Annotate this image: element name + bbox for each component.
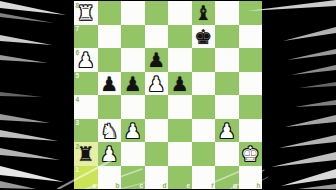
square-b4[interactable] [98,95,122,119]
piece-white-knight-b3[interactable]: ♞ [98,119,122,143]
piece-white-pawn-b2[interactable]: ♟ [98,142,122,166]
square-b1[interactable]: b [98,166,122,190]
file-label-a: a [92,182,96,189]
piece-white-rook-a8[interactable]: ♜ [74,1,98,25]
square-g3[interactable]: ♟ [215,119,239,143]
piece-white-pawn-c3[interactable]: ♟ [121,119,145,143]
file-label-h: h [257,182,261,189]
file-label-b: b [116,182,120,189]
piece-white-pawn-g3[interactable]: ♟ [215,119,239,143]
square-h2[interactable]: ♚ [239,142,263,166]
speed-lines-left [0,1,66,189]
piece-white-king-h2[interactable]: ♚ [239,142,263,166]
square-e4[interactable] [168,95,192,119]
square-d7[interactable] [145,25,169,49]
square-d8[interactable] [145,1,169,25]
piece-black-pawn-e5[interactable]: ♟ [168,72,192,96]
square-h3[interactable] [239,119,263,143]
square-b6[interactable] [98,48,122,72]
square-a5[interactable]: 5 [74,72,98,96]
square-f7[interactable]: ♚ [192,25,216,49]
piece-black-king-f7[interactable]: ♚ [192,25,216,49]
piece-white-pawn-d5[interactable]: ♟ [145,72,169,96]
square-f3[interactable] [192,119,216,143]
square-b5[interactable]: ♟ [98,72,122,96]
square-e6[interactable] [168,48,192,72]
square-h7[interactable] [239,25,263,49]
square-c5[interactable]: ♟ [121,72,145,96]
square-g2[interactable] [215,142,239,166]
square-c7[interactable] [121,25,145,49]
square-f1[interactable]: f [192,166,216,190]
square-f8[interactable]: ♝ [192,1,216,25]
square-b2[interactable]: ♟ [98,142,122,166]
square-d3[interactable] [145,119,169,143]
square-c1[interactable]: c [121,166,145,190]
square-e3[interactable] [168,119,192,143]
square-h6[interactable] [239,48,263,72]
square-h4[interactable] [239,95,263,119]
square-c3[interactable]: ♟ [121,119,145,143]
square-a4[interactable]: 4 [74,95,98,119]
square-f4[interactable] [192,95,216,119]
rank-label-5: 5 [76,72,80,79]
square-g8[interactable] [215,1,239,25]
piece-white-pawn-a6[interactable]: ♟ [74,48,98,72]
square-a8[interactable]: 8♜ [74,1,98,25]
square-c4[interactable] [121,95,145,119]
file-label-e: e [186,182,190,189]
rank-label-7: 7 [76,25,80,32]
scene: 8♜♝7♚6♟♟5♟♟♟♟43♞♟♟2♜♟♚1abcdefgh [0,0,336,189]
square-a7[interactable]: 7 [74,25,98,49]
piece-black-pawn-b5[interactable]: ♟ [98,72,122,96]
square-g1[interactable]: g [215,166,239,190]
square-f6[interactable] [192,48,216,72]
square-g6[interactable] [215,48,239,72]
square-a1[interactable]: 1a [74,166,98,190]
square-e1[interactable]: e [168,166,192,190]
file-label-d: d [163,182,167,189]
square-h5[interactable] [239,72,263,96]
square-d4[interactable] [145,95,169,119]
square-b7[interactable] [98,25,122,49]
rank-label-1: 1 [76,166,80,173]
rank-label-3: 3 [76,119,80,126]
piece-black-rook-a2[interactable]: ♜ [74,142,98,166]
square-d2[interactable] [145,142,169,166]
square-e5[interactable]: ♟ [168,72,192,96]
file-label-c: c [139,182,143,189]
square-a2[interactable]: 2♜ [74,142,98,166]
square-f2[interactable] [192,142,216,166]
square-g4[interactable] [215,95,239,119]
square-b8[interactable] [98,1,122,25]
file-label-g: g [233,182,237,189]
square-h1[interactable]: h [239,166,263,190]
square-f5[interactable] [192,72,216,96]
square-g5[interactable] [215,72,239,96]
square-g7[interactable] [215,25,239,49]
square-d6[interactable]: ♟ [145,48,169,72]
square-h8[interactable] [239,1,263,25]
square-c8[interactable] [121,1,145,25]
square-e8[interactable] [168,1,192,25]
square-c6[interactable] [121,48,145,72]
square-a6[interactable]: 6♟ [74,48,98,72]
piece-black-bishop-f8[interactable]: ♝ [192,1,216,25]
piece-black-pawn-d6[interactable]: ♟ [145,48,169,72]
square-d1[interactable]: d [145,166,169,190]
square-e7[interactable] [168,25,192,49]
chess-board[interactable]: 8♜♝7♚6♟♟5♟♟♟♟43♞♟♟2♜♟♚1abcdefgh [74,1,262,189]
square-e2[interactable] [168,142,192,166]
square-d5[interactable]: ♟ [145,72,169,96]
square-a3[interactable]: 3 [74,119,98,143]
piece-black-pawn-c5[interactable]: ♟ [121,72,145,96]
square-c2[interactable] [121,142,145,166]
file-label-f: f [211,182,213,189]
square-b3[interactable]: ♞ [98,119,122,143]
rank-label-4: 4 [76,96,80,103]
